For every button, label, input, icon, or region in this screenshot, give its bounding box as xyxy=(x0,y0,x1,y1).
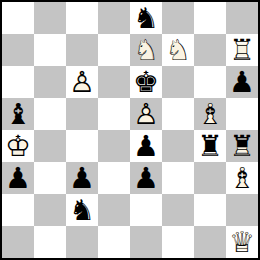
black-rook: ♜ xyxy=(194,130,226,162)
square-a2 xyxy=(2,194,34,226)
square-b8 xyxy=(34,2,66,34)
neutral-rook: ♜♜♖ xyxy=(226,130,258,162)
white-bishop: ♝♗ xyxy=(194,98,226,130)
white-pawn: ♟♙ xyxy=(130,98,162,130)
square-e7: ♞♘ xyxy=(130,34,162,66)
black-pawn: ♟ xyxy=(130,162,162,194)
white-bishop: ♝♗ xyxy=(226,162,258,194)
white-rook: ♜♖ xyxy=(226,34,258,66)
square-e4: ♟ xyxy=(130,130,162,162)
square-f8 xyxy=(162,2,194,34)
square-a3: ♟ xyxy=(2,162,34,194)
square-a1 xyxy=(2,226,34,258)
square-h4: ♜♜♖ xyxy=(226,130,258,162)
black-pawn: ♟ xyxy=(2,162,34,194)
square-a4: ♚♔ xyxy=(2,130,34,162)
square-e6: ♚ xyxy=(130,66,162,98)
square-b2 xyxy=(34,194,66,226)
square-a6 xyxy=(2,66,34,98)
square-c5 xyxy=(66,98,98,130)
black-knight: ♞ xyxy=(130,2,162,34)
square-h2 xyxy=(226,194,258,226)
chess-board: ♞♞♘♞♘♜♖♟♙♚♟♝♟♙♝♗♚♔♟♜♜♜♖♟♟♟♝♗♞♛♕ xyxy=(0,0,260,260)
square-c6: ♟♙ xyxy=(66,66,98,98)
square-g2 xyxy=(194,194,226,226)
square-g1 xyxy=(194,226,226,258)
square-g8 xyxy=(194,2,226,34)
chess-diagram: ♞♞♘♞♘♜♖♟♙♚♟♝♟♙♝♗♚♔♟♜♜♜♖♟♟♟♝♗♞♛♕ xyxy=(0,0,260,260)
square-c8 xyxy=(66,2,98,34)
black-king: ♚ xyxy=(130,66,162,98)
square-h8 xyxy=(226,2,258,34)
black-bishop: ♝ xyxy=(2,98,34,130)
white-queen: ♛♕ xyxy=(226,226,258,258)
white-knight: ♞♘ xyxy=(130,34,162,66)
square-g6 xyxy=(194,66,226,98)
square-d5 xyxy=(98,98,130,130)
square-d2 xyxy=(98,194,130,226)
square-c4 xyxy=(66,130,98,162)
square-c7 xyxy=(66,34,98,66)
square-a8 xyxy=(2,2,34,34)
black-pawn: ♟ xyxy=(66,162,98,194)
square-e5: ♟♙ xyxy=(130,98,162,130)
square-f1 xyxy=(162,226,194,258)
square-e3: ♟ xyxy=(130,162,162,194)
white-pawn: ♟♙ xyxy=(66,66,98,98)
square-f2 xyxy=(162,194,194,226)
square-c2: ♞ xyxy=(66,194,98,226)
square-d1 xyxy=(98,226,130,258)
square-b7 xyxy=(34,34,66,66)
square-f7: ♞♘ xyxy=(162,34,194,66)
square-e2 xyxy=(130,194,162,226)
square-d8 xyxy=(98,2,130,34)
square-b3 xyxy=(34,162,66,194)
square-b6 xyxy=(34,66,66,98)
square-b5 xyxy=(34,98,66,130)
square-h7: ♜♖ xyxy=(226,34,258,66)
square-f5 xyxy=(162,98,194,130)
square-h1: ♛♕ xyxy=(226,226,258,258)
white-king: ♚♔ xyxy=(2,130,34,162)
square-f6 xyxy=(162,66,194,98)
square-g5: ♝♗ xyxy=(194,98,226,130)
square-g4: ♜ xyxy=(194,130,226,162)
square-b1 xyxy=(34,226,66,258)
white-knight: ♞♘ xyxy=(162,34,194,66)
square-g3 xyxy=(194,162,226,194)
square-d4 xyxy=(98,130,130,162)
square-d7 xyxy=(98,34,130,66)
square-a7 xyxy=(2,34,34,66)
square-b4 xyxy=(34,130,66,162)
square-e8: ♞ xyxy=(130,2,162,34)
square-c3: ♟ xyxy=(66,162,98,194)
square-c1 xyxy=(66,226,98,258)
square-h3: ♝♗ xyxy=(226,162,258,194)
square-d6 xyxy=(98,66,130,98)
black-pawn: ♟ xyxy=(226,66,258,98)
black-knight: ♞ xyxy=(66,194,98,226)
square-g7 xyxy=(194,34,226,66)
square-h6: ♟ xyxy=(226,66,258,98)
square-d3 xyxy=(98,162,130,194)
square-a5: ♝ xyxy=(2,98,34,130)
square-e1 xyxy=(130,226,162,258)
black-pawn: ♟ xyxy=(130,130,162,162)
square-f4 xyxy=(162,130,194,162)
square-h5 xyxy=(226,98,258,130)
square-f3 xyxy=(162,162,194,194)
